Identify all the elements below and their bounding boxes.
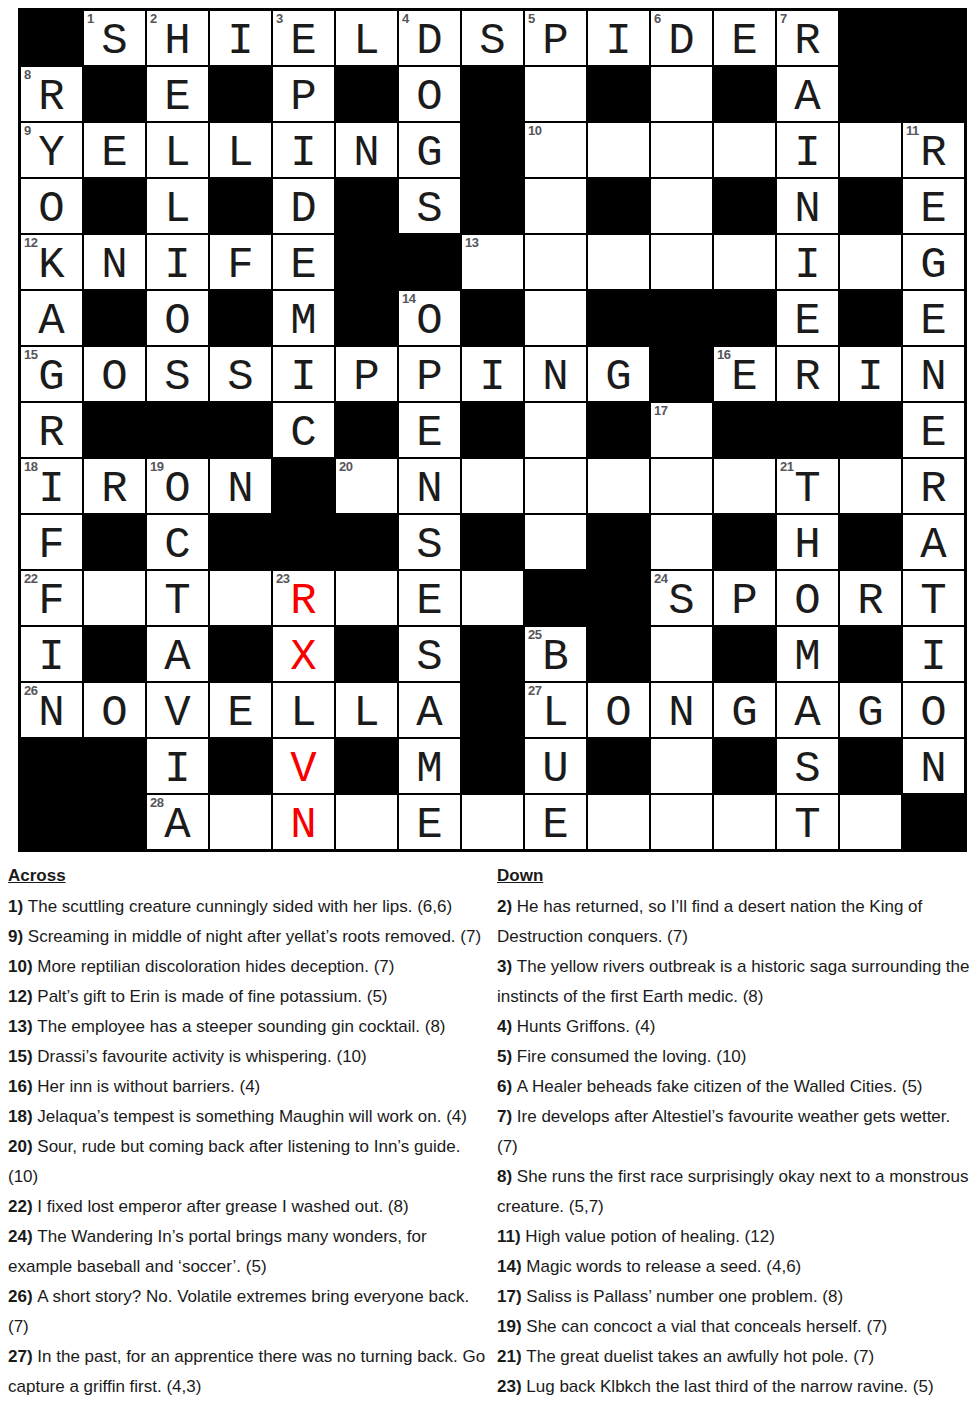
cell-r12-c15[interactable]: I: [903, 627, 964, 681]
cell-r3-c1[interactable]: 9Y: [21, 123, 82, 177]
cell-letter: V: [147, 683, 208, 737]
cell-letter: E: [714, 11, 775, 65]
cell-r9-c10[interactable]: [588, 459, 649, 513]
cell-letter: O: [903, 683, 964, 737]
cell-number: 20: [339, 460, 352, 474]
cell-r15-c10[interactable]: [588, 795, 649, 849]
cell-r14-c10: [588, 739, 649, 793]
cell-r4-c8: [462, 179, 523, 233]
cell-r4-c2: [84, 179, 145, 233]
cell-letter: B: [525, 627, 586, 681]
cell-r2-c1[interactable]: 8R: [21, 67, 82, 121]
cell-r6-c13[interactable]: E: [777, 291, 838, 345]
cell-r7-c11: [651, 347, 712, 401]
cell-r6-c12: [714, 291, 775, 345]
clue-text: A short story? No. Volatile extremes bri…: [8, 1287, 469, 1336]
cell-r11-c14[interactable]: R: [840, 571, 901, 625]
cell-letter: E: [903, 403, 964, 457]
cell-letter: E: [399, 571, 460, 625]
clue-text: She can concoct a vial that conceals her…: [526, 1317, 887, 1336]
cell-r4-c15[interactable]: E: [903, 179, 964, 233]
cell-letter: A: [777, 67, 838, 121]
cell-r3-c6[interactable]: N: [336, 123, 397, 177]
clue-text: Ire develops after Altestiel’s favourite…: [497, 1107, 950, 1156]
cell-r7-c2[interactable]: O: [84, 347, 145, 401]
cell-r3-c12[interactable]: [714, 123, 775, 177]
cell-r11-c4[interactable]: [210, 571, 271, 625]
clue-down-8: 8) She runs the first race surprisingly …: [497, 1162, 970, 1222]
cell-r7-c12[interactable]: 16E: [714, 347, 775, 401]
cell-letter: E: [777, 291, 838, 345]
clue-down-7: 7) Ire develops after Altestiel’s favour…: [497, 1102, 970, 1162]
cell-r2-c9[interactable]: [525, 67, 586, 121]
cell-r4-c13[interactable]: N: [777, 179, 838, 233]
cell-r13-c4[interactable]: E: [210, 683, 271, 737]
cell-r14-c14: [840, 739, 901, 793]
cell-r12-c1[interactable]: I: [21, 627, 82, 681]
cell-letter: U: [525, 739, 586, 793]
cell-r3-c13[interactable]: I: [777, 123, 838, 177]
cell-r7-c5[interactable]: I: [273, 347, 334, 401]
cell-letter: F: [21, 515, 82, 569]
cell-r13-c7[interactable]: A: [399, 683, 460, 737]
cell-letter: N: [777, 179, 838, 233]
cell-letter: L: [336, 11, 397, 65]
cell-letter: O: [147, 459, 208, 513]
clue-number: 24): [8, 1227, 37, 1246]
cell-r8-c2: [84, 403, 145, 457]
cell-letter: M: [777, 627, 838, 681]
cell-r11-c9: [525, 571, 586, 625]
cell-r1-c9[interactable]: 5P: [525, 11, 586, 65]
cell-r9-c4[interactable]: N: [210, 459, 271, 513]
cell-letter: A: [147, 795, 208, 849]
cell-r3-c11[interactable]: [651, 123, 712, 177]
cell-r15-c13[interactable]: T: [777, 795, 838, 849]
cell-r10-c9[interactable]: [525, 515, 586, 569]
clue-down-17: 17) Saliss is Pallass’ number one proble…: [497, 1282, 970, 1312]
cell-letter: D: [651, 11, 712, 65]
cell-letter: F: [210, 235, 271, 289]
cell-r10-c3[interactable]: C: [147, 515, 208, 569]
cell-letter: N: [336, 123, 397, 177]
clue-down-11: 11) High value potion of healing. (12): [497, 1222, 970, 1252]
cell-r9-c14[interactable]: [840, 459, 901, 513]
cell-letter: I: [903, 627, 964, 681]
cell-r7-c15[interactable]: N: [903, 347, 964, 401]
cell-r14-c11[interactable]: [651, 739, 712, 793]
cell-r14-c6: [336, 739, 397, 793]
cell-r13-c10[interactable]: O: [588, 683, 649, 737]
cell-letter: N: [525, 347, 586, 401]
cell-r2-c4: [210, 67, 271, 121]
clue-number: 16): [8, 1077, 37, 1096]
cell-r14-c13[interactable]: S: [777, 739, 838, 793]
cell-r9-c9[interactable]: [525, 459, 586, 513]
cell-r5-c1[interactable]: 12K: [21, 235, 82, 289]
cell-number: 10: [528, 124, 541, 138]
cell-r10-c8: [462, 515, 523, 569]
cell-r15-c11[interactable]: [651, 795, 712, 849]
cell-r11-c15[interactable]: T: [903, 571, 964, 625]
cell-r10-c15[interactable]: A: [903, 515, 964, 569]
cell-r1-c13[interactable]: 7R: [777, 11, 838, 65]
cell-r10-c2: [84, 515, 145, 569]
clue-number: 17): [497, 1287, 526, 1306]
cell-r15-c5[interactable]: N: [273, 795, 334, 849]
cell-r7-c10[interactable]: G: [588, 347, 649, 401]
cell-r4-c9[interactable]: [525, 179, 586, 233]
cell-r5-c11[interactable]: [651, 235, 712, 289]
cell-letter: R: [84, 459, 145, 513]
clue-number: 19): [497, 1317, 526, 1336]
cell-letter: P: [273, 67, 334, 121]
cell-r1-c10[interactable]: I: [588, 11, 649, 65]
cell-r5-c10[interactable]: [588, 235, 649, 289]
cell-r12-c3[interactable]: A: [147, 627, 208, 681]
cell-letter: S: [777, 739, 838, 793]
cell-r1-c11[interactable]: 6D: [651, 11, 712, 65]
cell-r12-c13[interactable]: M: [777, 627, 838, 681]
cell-letter: N: [21, 683, 82, 737]
cell-r12-c14: [840, 627, 901, 681]
cell-r15-c15: [903, 795, 964, 849]
cell-letter: N: [399, 459, 460, 513]
cell-r11-c2[interactable]: [84, 571, 145, 625]
cell-letter: D: [273, 179, 334, 233]
cell-r13-c5[interactable]: L: [273, 683, 334, 737]
cell-r13-c9[interactable]: 27L: [525, 683, 586, 737]
cell-r2-c8: [462, 67, 523, 121]
cell-r11-c10: [588, 571, 649, 625]
cell-r1-c5[interactable]: 3E: [273, 11, 334, 65]
cell-letter: O: [21, 179, 82, 233]
cell-r9-c7[interactable]: N: [399, 459, 460, 513]
cell-letter: O: [84, 683, 145, 737]
clue-across-16: 16) Her inn is without barriers. (4): [8, 1072, 488, 1102]
cell-r8-c15[interactable]: E: [903, 403, 964, 457]
cell-letter: E: [399, 795, 460, 849]
cell-r4-c3[interactable]: L: [147, 179, 208, 233]
cell-r9-c11[interactable]: [651, 459, 712, 513]
cell-r7-c1[interactable]: 15G: [21, 347, 82, 401]
cell-r8-c11[interactable]: 17: [651, 403, 712, 457]
cell-r4-c11[interactable]: [651, 179, 712, 233]
cell-r13-c12[interactable]: G: [714, 683, 775, 737]
cell-letter: Y: [21, 123, 82, 177]
cell-r8-c14: [840, 403, 901, 457]
cell-letter: R: [840, 571, 901, 625]
cell-r9-c1[interactable]: 18I: [21, 459, 82, 513]
clue-text: The great duelist takes an awfully hot p…: [526, 1347, 874, 1366]
cell-r14-c7[interactable]: M: [399, 739, 460, 793]
cell-letter: V: [273, 739, 334, 793]
cell-r6-c3[interactable]: O: [147, 291, 208, 345]
cell-letter: E: [399, 403, 460, 457]
cell-r7-c7[interactable]: P: [399, 347, 460, 401]
cell-r3-c7[interactable]: G: [399, 123, 460, 177]
cell-r15-c1: [21, 795, 82, 849]
clue-number: 18): [8, 1107, 37, 1126]
cell-letter: A: [777, 683, 838, 737]
cell-r14-c12: [714, 739, 775, 793]
cell-r9-c3[interactable]: 19O: [147, 459, 208, 513]
clue-number: 1): [8, 897, 28, 916]
cell-letter: S: [399, 627, 460, 681]
clue-text: I fixed lost emperor after grease I wash…: [37, 1197, 408, 1216]
clue-across-10: 10) More reptilian discoloration hides d…: [8, 952, 488, 982]
across-clues: Across 1) The scuttling creature cunning…: [8, 860, 488, 1402]
cell-r13-c1[interactable]: 26N: [21, 683, 82, 737]
cell-r1-c6[interactable]: L: [336, 11, 397, 65]
clue-text: High value potion of healing. (12): [525, 1227, 775, 1246]
cell-r10-c7[interactable]: S: [399, 515, 460, 569]
clue-across-18: 18) Jelaqua’s tempest is something Maugh…: [8, 1102, 488, 1132]
clue-number: 13): [8, 1017, 37, 1036]
cell-r14-c2: [84, 739, 145, 793]
cell-r13-c6[interactable]: L: [336, 683, 397, 737]
cell-letter: I: [462, 347, 523, 401]
cell-r8-c1[interactable]: R: [21, 403, 82, 457]
clue-text: Lug back Klbkch the last third of the na…: [526, 1377, 933, 1396]
cell-r3-c10[interactable]: [588, 123, 649, 177]
cell-r7-c3[interactable]: S: [147, 347, 208, 401]
clue-number: 14): [497, 1257, 526, 1276]
cell-letter: I: [21, 459, 82, 513]
cell-letter: R: [903, 459, 964, 513]
cell-letter: X: [273, 627, 334, 681]
cell-r1-c7[interactable]: 4D: [399, 11, 460, 65]
cell-r11-c12[interactable]: P: [714, 571, 775, 625]
cell-r3-c9[interactable]: 10: [525, 123, 586, 177]
cell-r7-c13[interactable]: R: [777, 347, 838, 401]
cell-r10-c11[interactable]: [651, 515, 712, 569]
cell-letter: N: [84, 235, 145, 289]
cell-r12-c9[interactable]: 25B: [525, 627, 586, 681]
cell-letter: I: [777, 123, 838, 177]
cell-r4-c5[interactable]: D: [273, 179, 334, 233]
cell-r15-c2: [84, 795, 145, 849]
cell-r15-c8[interactable]: [462, 795, 523, 849]
cell-letter: E: [84, 123, 145, 177]
cell-r2-c5[interactable]: P: [273, 67, 334, 121]
cell-letter: N: [903, 739, 964, 793]
cell-r3-c14[interactable]: [840, 123, 901, 177]
cell-letter: P: [399, 347, 460, 401]
cell-r5-c7: [399, 235, 460, 289]
cell-letter: L: [273, 683, 334, 737]
cell-r2-c13[interactable]: A: [777, 67, 838, 121]
clue-number: 22): [8, 1197, 37, 1216]
cell-letter: N: [903, 347, 964, 401]
cell-letter: O: [399, 67, 460, 121]
cell-r2-c12: [714, 67, 775, 121]
cell-r9-c12[interactable]: [714, 459, 775, 513]
cell-r4-c1[interactable]: O: [21, 179, 82, 233]
cell-r12-c11[interactable]: [651, 627, 712, 681]
cell-r11-c13[interactable]: O: [777, 571, 838, 625]
cell-r8-c9[interactable]: [525, 403, 586, 457]
cell-r13-c2[interactable]: O: [84, 683, 145, 737]
cell-r4-c4: [210, 179, 271, 233]
clue-number: 26): [8, 1287, 37, 1306]
clue-across-15: 15) Drassi’s favourite activity is whisp…: [8, 1042, 488, 1072]
cell-r9-c5: [273, 459, 334, 513]
cell-r11-c1[interactable]: 22F: [21, 571, 82, 625]
cell-letter: S: [147, 347, 208, 401]
cell-letter: E: [210, 683, 271, 737]
clue-text: Magic words to release a seed. (4,6): [526, 1257, 801, 1276]
cell-r12-c12: [714, 627, 775, 681]
cell-r10-c13[interactable]: H: [777, 515, 838, 569]
cell-letter: T: [777, 795, 838, 849]
cell-r1-c14: [840, 11, 901, 65]
cell-r14-c9[interactable]: U: [525, 739, 586, 793]
cell-letter: F: [21, 571, 82, 625]
cell-r13-c14[interactable]: G: [840, 683, 901, 737]
clue-across-1: 1) The scuttling creature cunningly side…: [8, 892, 488, 922]
cell-r12-c2: [84, 627, 145, 681]
cell-r5-c2[interactable]: N: [84, 235, 145, 289]
cell-r11-c6[interactable]: [336, 571, 397, 625]
clue-text: The yellow rivers outbreak is a historic…: [497, 957, 969, 1006]
cell-r15-c12[interactable]: [714, 795, 775, 849]
cell-r6-c7[interactable]: 14O: [399, 291, 460, 345]
cell-letter: S: [84, 11, 145, 65]
cell-letter: A: [399, 683, 460, 737]
cell-r14-c5[interactable]: V: [273, 739, 334, 793]
cell-r1-c15: [903, 11, 964, 65]
cell-r9-c2[interactable]: R: [84, 459, 145, 513]
cell-r11-c7[interactable]: E: [399, 571, 460, 625]
cell-r1-c8[interactable]: S: [462, 11, 523, 65]
cell-r3-c15[interactable]: 11R: [903, 123, 964, 177]
clue-text: Fire consumed the loving. (10): [517, 1047, 747, 1066]
cell-r11-c8[interactable]: [462, 571, 523, 625]
cell-r5-c5[interactable]: E: [273, 235, 334, 289]
cell-letter: T: [903, 571, 964, 625]
cell-r2-c11[interactable]: [651, 67, 712, 121]
cell-r11-c11[interactable]: 24S: [651, 571, 712, 625]
cell-letter: S: [651, 571, 712, 625]
cell-r14-c15[interactable]: N: [903, 739, 964, 793]
cell-r15-c6[interactable]: [336, 795, 397, 849]
cell-r6-c14: [840, 291, 901, 345]
cell-r8-c5[interactable]: C: [273, 403, 334, 457]
cell-r5-c3[interactable]: I: [147, 235, 208, 289]
cell-r13-c11[interactable]: N: [651, 683, 712, 737]
cell-r7-c6[interactable]: P: [336, 347, 397, 401]
cell-r11-c5[interactable]: 23R: [273, 571, 334, 625]
cell-r8-c7[interactable]: E: [399, 403, 460, 457]
cell-r10-c12: [714, 515, 775, 569]
cell-r3-c4[interactable]: L: [210, 123, 271, 177]
cell-r15-c14[interactable]: [840, 795, 901, 849]
cell-r3-c3[interactable]: L: [147, 123, 208, 177]
cell-r13-c13[interactable]: A: [777, 683, 838, 737]
cell-r5-c12[interactable]: [714, 235, 775, 289]
cell-r15-c9[interactable]: E: [525, 795, 586, 849]
cell-r7-c8[interactable]: I: [462, 347, 523, 401]
cell-letter: I: [21, 627, 82, 681]
cell-r3-c5[interactable]: I: [273, 123, 334, 177]
cell-r2-c2: [84, 67, 145, 121]
cell-r7-c4[interactable]: S: [210, 347, 271, 401]
cell-r13-c3[interactable]: V: [147, 683, 208, 737]
cell-r5-c4[interactable]: F: [210, 235, 271, 289]
cell-letter: H: [777, 515, 838, 569]
cell-r9-c8[interactable]: [462, 459, 523, 513]
clue-text: He has returned, so I’ll find a desert n…: [497, 897, 922, 946]
cell-r6-c1[interactable]: A: [21, 291, 82, 345]
cell-letter: E: [273, 235, 334, 289]
cell-r6-c15[interactable]: E: [903, 291, 964, 345]
cell-r14-c3[interactable]: I: [147, 739, 208, 793]
crossword-grid: 1S2HI3EL4DS5PI6DE7R8REPOA9YELLING10I11RO…: [18, 8, 967, 852]
cell-r12-c7[interactable]: S: [399, 627, 460, 681]
cell-r15-c4[interactable]: [210, 795, 271, 849]
cell-r2-c7[interactable]: O: [399, 67, 460, 121]
cell-r9-c6[interactable]: 20: [336, 459, 397, 513]
cell-r12-c5[interactable]: X: [273, 627, 334, 681]
cell-r15-c3[interactable]: 28A: [147, 795, 208, 849]
cell-r9-c15[interactable]: R: [903, 459, 964, 513]
cell-r5-c15[interactable]: G: [903, 235, 964, 289]
cell-r6-c5[interactable]: M: [273, 291, 334, 345]
clue-across-13: 13) The employee has a steeper sounding …: [8, 1012, 488, 1042]
cell-r3-c2[interactable]: E: [84, 123, 145, 177]
cell-r5-c8[interactable]: 13: [462, 235, 523, 289]
cell-r5-c13[interactable]: I: [777, 235, 838, 289]
cell-letter: O: [588, 683, 649, 737]
cell-r12-c10: [588, 627, 649, 681]
cell-r5-c14[interactable]: [840, 235, 901, 289]
cell-r11-c3[interactable]: T: [147, 571, 208, 625]
cell-r1-c4[interactable]: I: [210, 11, 271, 65]
clue-text: Her inn is without barriers. (4): [37, 1077, 260, 1096]
cell-letter: I: [777, 235, 838, 289]
cell-r8-c13: [777, 403, 838, 457]
clue-down-21: 21) The great duelist takes an awfully h…: [497, 1342, 970, 1372]
clue-across-12: 12) Palt’s gift to Erin is made of fine …: [8, 982, 488, 1012]
cell-r5-c9[interactable]: [525, 235, 586, 289]
cell-r15-c7[interactable]: E: [399, 795, 460, 849]
cell-letter: S: [399, 515, 460, 569]
cell-r2-c3[interactable]: E: [147, 67, 208, 121]
cell-letter: S: [210, 347, 271, 401]
cell-r13-c15[interactable]: O: [903, 683, 964, 737]
clue-number: 21): [497, 1347, 526, 1366]
cell-r9-c13[interactable]: 21T: [777, 459, 838, 513]
cell-r8-c4: [210, 403, 271, 457]
clue-text: In the past, for an apprentice there was…: [8, 1347, 485, 1396]
cell-r1-c12[interactable]: E: [714, 11, 775, 65]
cell-letter: E: [714, 347, 775, 401]
cell-r1-c2[interactable]: 1S: [84, 11, 145, 65]
cell-letter: I: [147, 739, 208, 793]
cell-letter: I: [588, 11, 649, 65]
clue-down-3: 3) The yellow rivers outbreak is a histo…: [497, 952, 970, 1012]
cell-r10-c1[interactable]: F: [21, 515, 82, 569]
cell-letter: E: [273, 11, 334, 65]
across-header: Across: [8, 860, 488, 892]
cell-r1-c3[interactable]: 2H: [147, 11, 208, 65]
cell-r7-c14[interactable]: I: [840, 347, 901, 401]
cell-r7-c9[interactable]: N: [525, 347, 586, 401]
clue-number: 9): [8, 927, 28, 946]
cell-r6-c9[interactable]: [525, 291, 586, 345]
cell-r4-c7[interactable]: S: [399, 179, 460, 233]
